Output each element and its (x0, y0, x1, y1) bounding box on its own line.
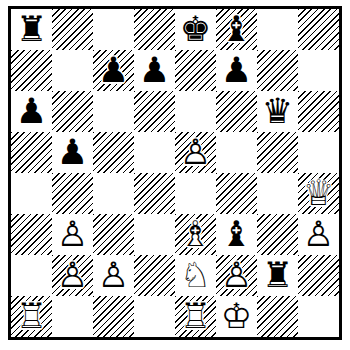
black-queen: ♛ (257, 91, 298, 132)
square-b2: ♟♙ (52, 255, 93, 296)
square-d2 (134, 255, 175, 296)
square-e6 (175, 91, 216, 132)
square-f4 (216, 173, 257, 214)
square-e2: ♞♘ (175, 255, 216, 296)
square-e4 (175, 173, 216, 214)
square-d5 (134, 132, 175, 173)
square-e8: ♚ (175, 9, 216, 50)
square-g2: ♜ (257, 255, 298, 296)
square-d4 (134, 173, 175, 214)
square-a8: ♜ (11, 9, 52, 50)
square-c3 (93, 214, 134, 255)
white-pawn: ♟♙ (52, 214, 93, 255)
square-g3 (257, 214, 298, 255)
white-queen: ♛♕ (298, 173, 339, 214)
square-a7 (11, 50, 52, 91)
square-d1 (134, 296, 175, 337)
square-b8 (52, 9, 93, 50)
square-h6 (298, 91, 339, 132)
chess-diagram: ♜♚♝♟♟♟♟♛♟♟♙♛♕♟♙♝♗♝♟♙♟♙♟♙♞♘♟♙♜♜♖♜♖♚♔ (8, 6, 342, 340)
square-d8 (134, 9, 175, 50)
square-a6: ♟ (11, 91, 52, 132)
square-c5 (93, 132, 134, 173)
black-pawn: ♟ (134, 50, 175, 91)
square-b4 (52, 173, 93, 214)
square-b3: ♟♙ (52, 214, 93, 255)
white-bishop: ♝♗ (175, 214, 216, 255)
square-h8 (298, 9, 339, 50)
white-pawn: ♟♙ (216, 255, 257, 296)
square-f5 (216, 132, 257, 173)
square-e1: ♜♖ (175, 296, 216, 337)
square-b6 (52, 91, 93, 132)
square-g8 (257, 9, 298, 50)
square-b5: ♟ (52, 132, 93, 173)
square-e3: ♝♗ (175, 214, 216, 255)
square-h4: ♛♕ (298, 173, 339, 214)
square-h5 (298, 132, 339, 173)
square-d7: ♟ (134, 50, 175, 91)
square-a5 (11, 132, 52, 173)
square-c8 (93, 9, 134, 50)
black-bishop: ♝ (216, 9, 257, 50)
square-e5: ♟♙ (175, 132, 216, 173)
square-f8: ♝ (216, 9, 257, 50)
square-g5 (257, 132, 298, 173)
square-c7: ♟ (93, 50, 134, 91)
square-h7 (298, 50, 339, 91)
square-g6: ♛ (257, 91, 298, 132)
chess-board: ♜♚♝♟♟♟♟♛♟♟♙♛♕♟♙♝♗♝♟♙♟♙♟♙♞♘♟♙♜♜♖♜♖♚♔ (8, 6, 342, 340)
square-c2: ♟♙ (93, 255, 134, 296)
square-e7 (175, 50, 216, 91)
square-a2 (11, 255, 52, 296)
square-a3 (11, 214, 52, 255)
square-f6 (216, 91, 257, 132)
black-pawn: ♟ (216, 50, 257, 91)
square-h2 (298, 255, 339, 296)
square-d6 (134, 91, 175, 132)
square-f1: ♚♔ (216, 296, 257, 337)
square-h3: ♟♙ (298, 214, 339, 255)
white-pawn: ♟♙ (175, 132, 216, 173)
square-a1: ♜♖ (11, 296, 52, 337)
square-f2: ♟♙ (216, 255, 257, 296)
square-g4 (257, 173, 298, 214)
white-knight: ♞♘ (175, 255, 216, 296)
white-rook: ♜♖ (175, 296, 216, 337)
square-c1 (93, 296, 134, 337)
black-rook: ♜ (11, 9, 52, 50)
square-g7 (257, 50, 298, 91)
black-pawn: ♟ (93, 50, 134, 91)
black-bishop: ♝ (216, 214, 257, 255)
square-h1 (298, 296, 339, 337)
square-a4 (11, 173, 52, 214)
white-pawn: ♟♙ (52, 255, 93, 296)
square-g1 (257, 296, 298, 337)
black-pawn: ♟ (52, 132, 93, 173)
white-king: ♚♔ (216, 296, 257, 337)
white-pawn: ♟♙ (93, 255, 134, 296)
square-f7: ♟ (216, 50, 257, 91)
square-b7 (52, 50, 93, 91)
black-king: ♚ (175, 9, 216, 50)
white-pawn: ♟♙ (298, 214, 339, 255)
square-d3 (134, 214, 175, 255)
black-rook: ♜ (257, 255, 298, 296)
white-rook: ♜♖ (11, 296, 52, 337)
square-b1 (52, 296, 93, 337)
square-f3: ♝ (216, 214, 257, 255)
square-c6 (93, 91, 134, 132)
square-c4 (93, 173, 134, 214)
black-pawn: ♟ (11, 91, 52, 132)
